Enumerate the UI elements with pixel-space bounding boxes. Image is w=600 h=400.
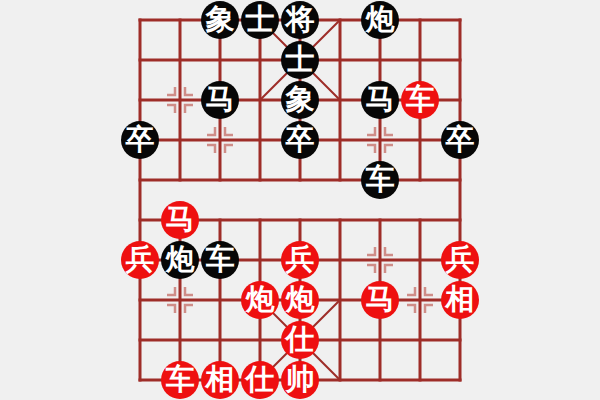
piece-black-advisor[interactable]: 士 (241, 1, 279, 39)
piece-black-pawn[interactable]: 卒 (121, 121, 159, 159)
piece-black-horse[interactable]: 马 (201, 81, 239, 119)
piece-red-pawn[interactable]: 兵 (121, 241, 159, 279)
piece-red-elephant[interactable]: 相 (201, 361, 239, 399)
xiangqi-board: 象士将炮士马象马车卒卒卒车马兵炮车兵兵炮炮马相仕车相仕帅 (0, 0, 600, 400)
piece-black-cannon[interactable]: 炮 (161, 241, 199, 279)
piece-black-advisor[interactable]: 士 (281, 41, 319, 79)
piece-black-pawn[interactable]: 卒 (281, 121, 319, 159)
piece-red-horse[interactable]: 马 (161, 201, 199, 239)
piece-red-cannon[interactable]: 炮 (281, 281, 319, 319)
piece-black-cannon[interactable]: 炮 (361, 1, 399, 39)
piece-black-elephant[interactable]: 象 (281, 81, 319, 119)
piece-red-elephant[interactable]: 相 (441, 281, 479, 319)
piece-red-general[interactable]: 帅 (281, 361, 319, 399)
piece-red-pawn[interactable]: 兵 (441, 241, 479, 279)
piece-black-general[interactable]: 将 (281, 1, 319, 39)
pieces-layer: 象士将炮士马象马车卒卒卒车马兵炮车兵兵炮炮马相仕车相仕帅 (120, 0, 480, 400)
piece-red-advisor[interactable]: 仕 (281, 321, 319, 359)
piece-red-horse[interactable]: 马 (361, 281, 399, 319)
piece-red-advisor[interactable]: 仕 (241, 361, 279, 399)
piece-red-chariot[interactable]: 车 (401, 81, 439, 119)
piece-black-elephant[interactable]: 象 (201, 1, 239, 39)
piece-red-chariot[interactable]: 车 (161, 361, 199, 399)
piece-black-chariot[interactable]: 车 (201, 241, 239, 279)
piece-black-pawn[interactable]: 卒 (441, 121, 479, 159)
piece-red-cannon[interactable]: 炮 (241, 281, 279, 319)
piece-red-pawn[interactable]: 兵 (281, 241, 319, 279)
piece-black-chariot[interactable]: 车 (361, 161, 399, 199)
piece-black-horse[interactable]: 马 (361, 81, 399, 119)
